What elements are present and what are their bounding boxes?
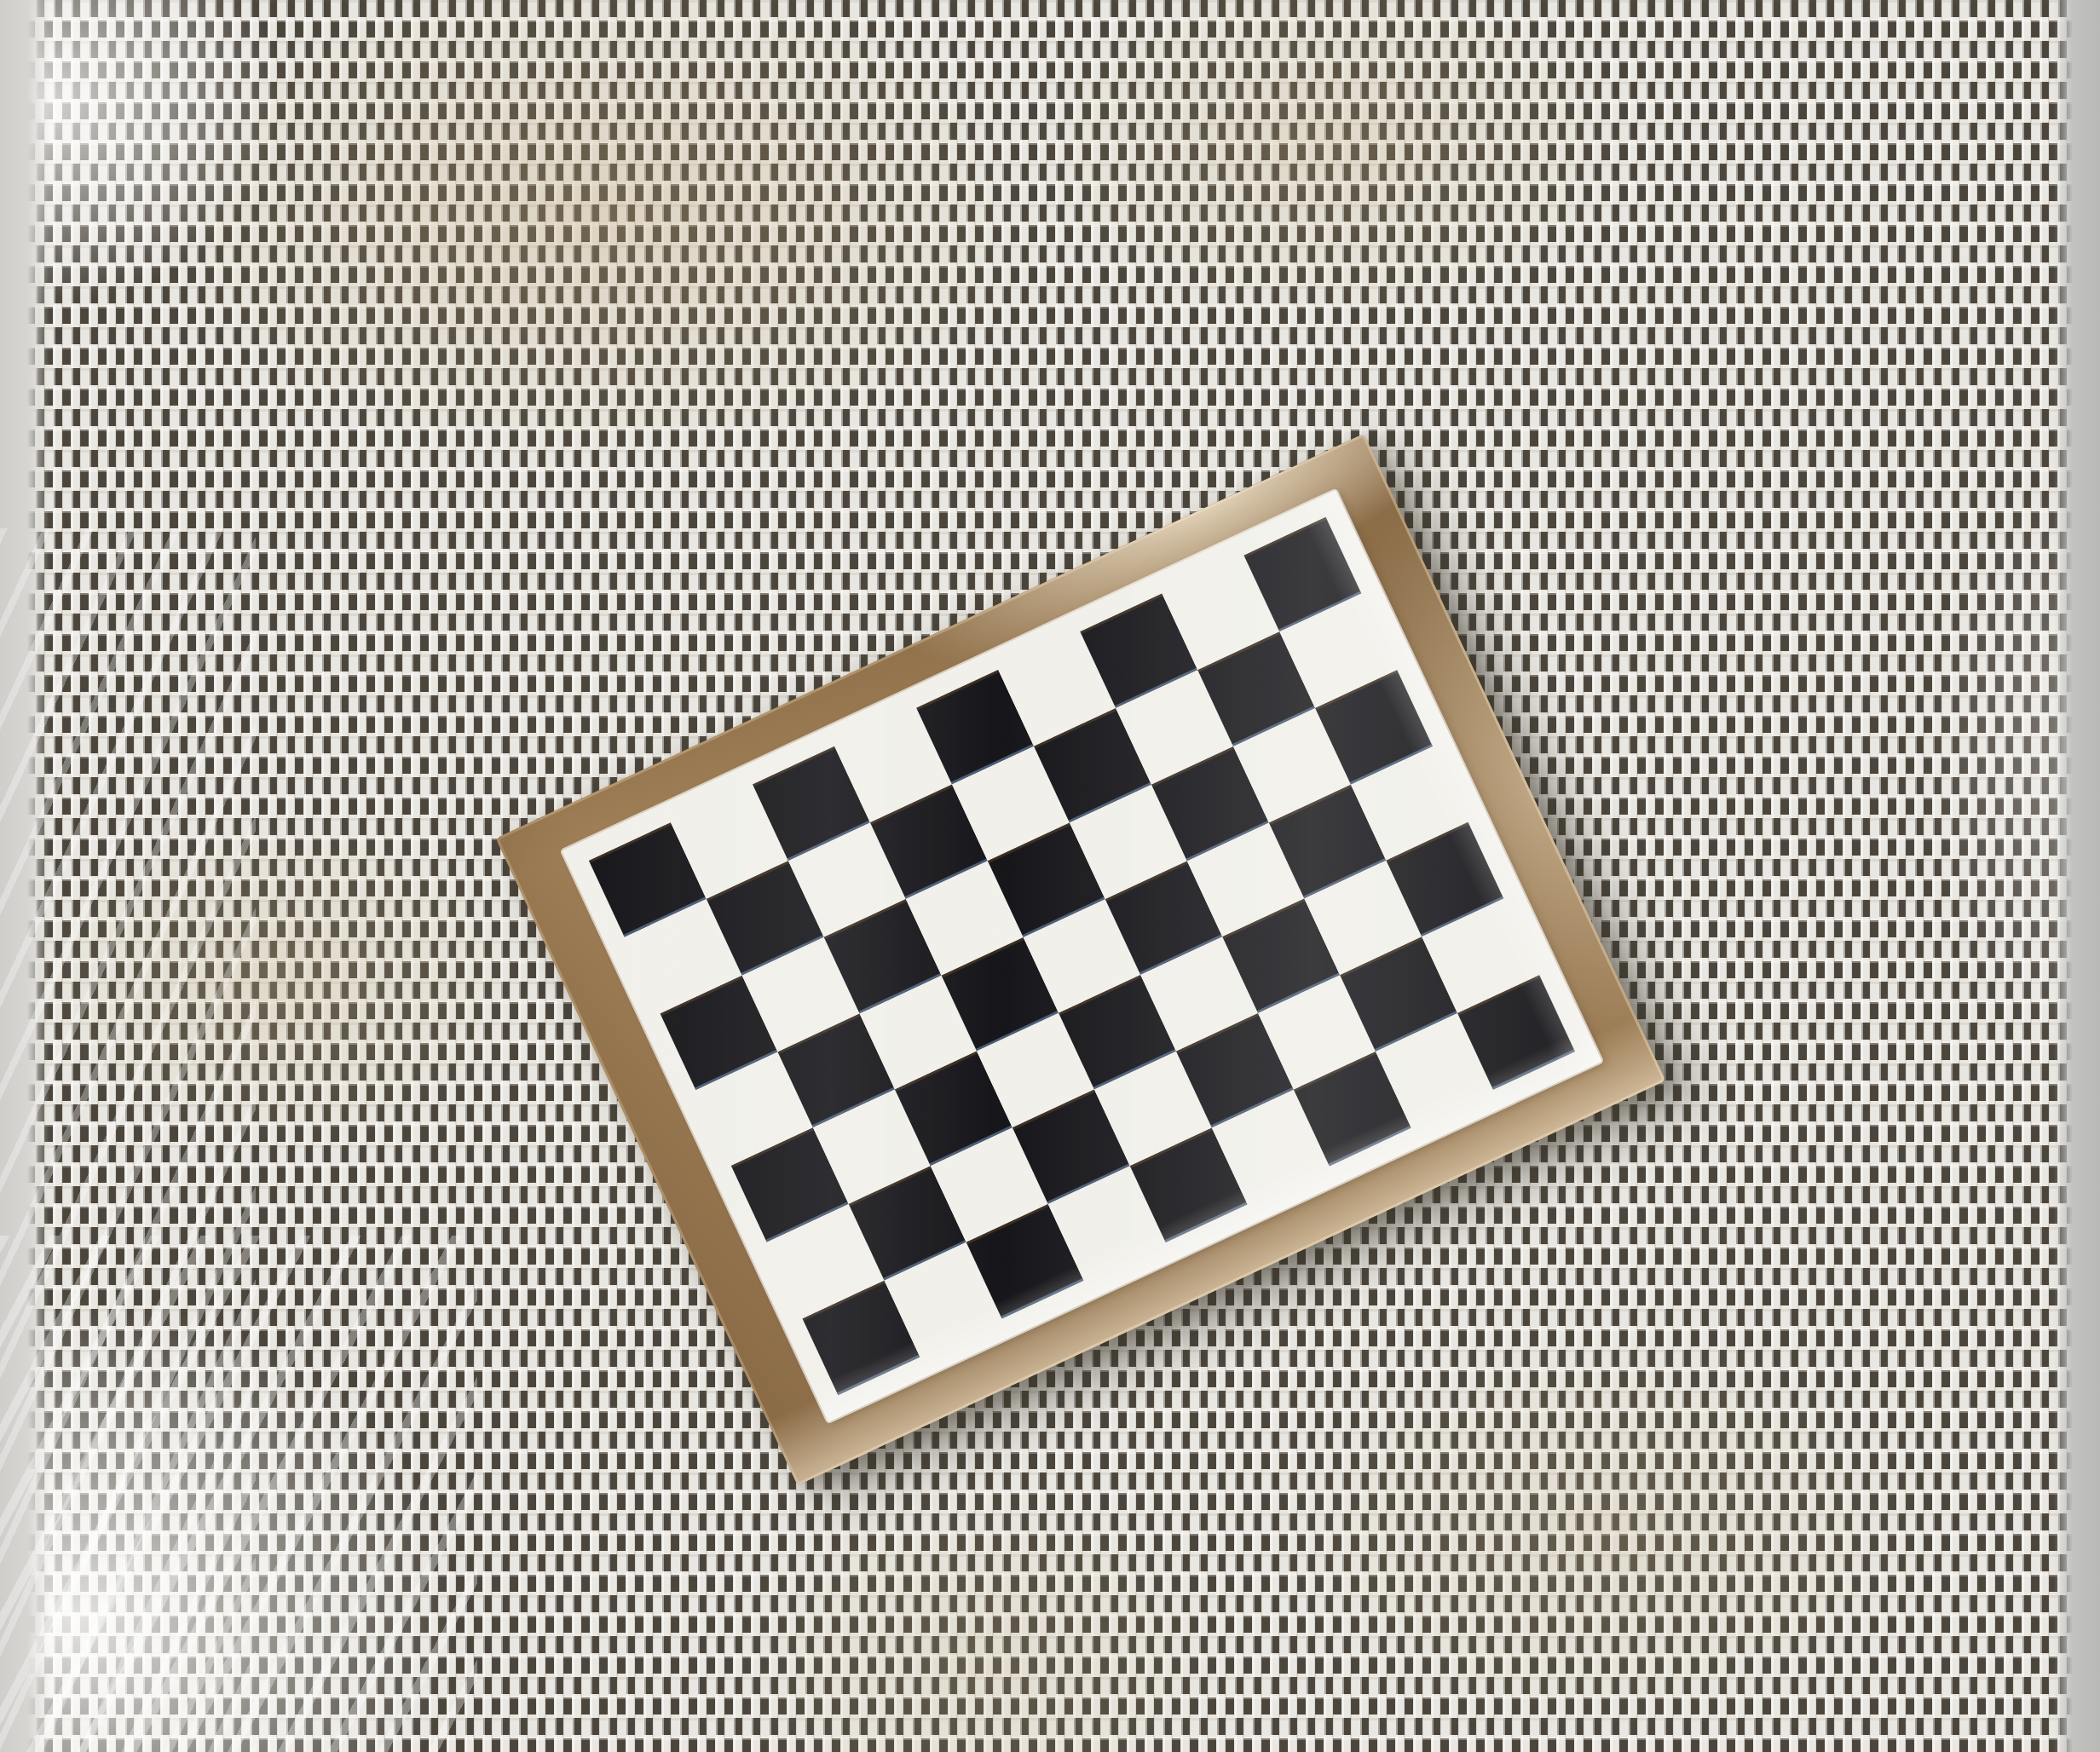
glare-streaks-bottom-left (0, 1236, 477, 1752)
photo-scene (0, 0, 2100, 1752)
mesh-right-margin (2054, 0, 2100, 1752)
